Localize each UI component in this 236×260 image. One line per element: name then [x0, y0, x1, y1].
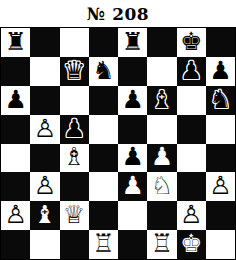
- black-rook-e8: ♜: [121, 29, 143, 54]
- square-a6[interactable]: ♟: [1, 86, 30, 115]
- page: № 208 ♜♜♚♛♞♟♟♟♟♝♞♙♟♗♟♟♙♟♘♙♙♝♕♙♖♖♚: [0, 0, 236, 260]
- square-g6[interactable]: [177, 86, 206, 115]
- square-a7[interactable]: [1, 57, 30, 86]
- white-pawn-f4: ♟: [151, 144, 173, 169]
- black-bishop-f6: ♝: [151, 87, 173, 112]
- square-d5[interactable]: [89, 115, 118, 144]
- square-h4[interactable]: [206, 144, 235, 173]
- square-g4[interactable]: [177, 144, 206, 173]
- black-pawn-c5: ♟: [63, 116, 85, 141]
- white-king-g1: ♚: [180, 231, 202, 256]
- white-rook-f1: ♖: [151, 231, 173, 256]
- square-d2[interactable]: [89, 201, 118, 230]
- square-h2[interactable]: [206, 201, 235, 230]
- black-pawn-e6: ♟: [121, 87, 143, 112]
- square-h3[interactable]: ♙: [206, 172, 235, 201]
- square-d3[interactable]: [89, 172, 118, 201]
- square-a3[interactable]: [1, 172, 30, 201]
- square-c3[interactable]: [60, 172, 89, 201]
- square-e8[interactable]: ♜: [118, 28, 147, 57]
- square-d4[interactable]: [89, 144, 118, 173]
- square-d1[interactable]: ♖: [89, 230, 118, 259]
- black-king-g8: ♚: [180, 29, 202, 54]
- black-pawn-g7: ♟: [180, 58, 202, 83]
- square-h6[interactable]: ♞: [206, 86, 235, 115]
- square-b1[interactable]: [30, 230, 59, 259]
- square-f7[interactable]: [147, 57, 176, 86]
- white-pawn-h3: ♙: [209, 173, 231, 198]
- square-h8[interactable]: [206, 28, 235, 57]
- white-knight-f3: ♘: [151, 173, 173, 198]
- square-h7[interactable]: ♟: [206, 57, 235, 86]
- square-b5[interactable]: ♙: [30, 115, 59, 144]
- square-c6[interactable]: [60, 86, 89, 115]
- white-pawn-g2: ♙: [180, 202, 202, 227]
- black-queen-c7: ♛: [63, 58, 85, 83]
- white-rook-d1: ♖: [92, 231, 114, 256]
- square-e6[interactable]: ♟: [118, 86, 147, 115]
- white-pawn-b3: ♙: [34, 173, 56, 198]
- square-b4[interactable]: [30, 144, 59, 173]
- square-d8[interactable]: [89, 28, 118, 57]
- white-pawn-b5: ♙: [34, 116, 56, 141]
- square-g7[interactable]: ♟: [177, 57, 206, 86]
- square-a1[interactable]: [1, 230, 30, 259]
- square-f4[interactable]: ♟: [147, 144, 176, 173]
- square-b7[interactable]: [30, 57, 59, 86]
- square-a4[interactable]: [1, 144, 30, 173]
- black-pawn-e4: ♟: [121, 144, 143, 169]
- square-d7[interactable]: ♞: [89, 57, 118, 86]
- diagram-number-title: № 208: [0, 0, 236, 27]
- square-c1[interactable]: [60, 230, 89, 259]
- square-e2[interactable]: [118, 201, 147, 230]
- square-e1[interactable]: [118, 230, 147, 259]
- white-bishop-b2: ♝: [34, 202, 56, 227]
- square-f5[interactable]: [147, 115, 176, 144]
- square-c2[interactable]: ♕: [60, 201, 89, 230]
- square-e3[interactable]: ♟: [118, 172, 147, 201]
- black-pawn-a6: ♟: [4, 87, 26, 112]
- square-f3[interactable]: ♘: [147, 172, 176, 201]
- square-b6[interactable]: [30, 86, 59, 115]
- square-g8[interactable]: ♚: [177, 28, 206, 57]
- square-a2[interactable]: ♙: [1, 201, 30, 230]
- square-f6[interactable]: ♝: [147, 86, 176, 115]
- square-h5[interactable]: [206, 115, 235, 144]
- square-f1[interactable]: ♖: [147, 230, 176, 259]
- square-c7[interactable]: ♛: [60, 57, 89, 86]
- square-g3[interactable]: [177, 172, 206, 201]
- white-pawn-a2: ♙: [4, 202, 26, 227]
- black-rook-a8: ♜: [4, 29, 26, 54]
- square-d6[interactable]: [89, 86, 118, 115]
- white-queen-c2: ♕: [63, 202, 85, 227]
- square-f8[interactable]: [147, 28, 176, 57]
- square-h1[interactable]: [206, 230, 235, 259]
- square-a8[interactable]: ♜: [1, 28, 30, 57]
- square-c5[interactable]: ♟: [60, 115, 89, 144]
- square-g5[interactable]: [177, 115, 206, 144]
- black-pawn-h7: ♟: [209, 58, 231, 83]
- square-f2[interactable]: [147, 201, 176, 230]
- square-c8[interactable]: [60, 28, 89, 57]
- square-g2[interactable]: ♙: [177, 201, 206, 230]
- white-bishop-c4: ♗: [63, 144, 85, 169]
- square-b8[interactable]: [30, 28, 59, 57]
- white-pawn-e3: ♟: [121, 173, 143, 198]
- square-e5[interactable]: [118, 115, 147, 144]
- square-a5[interactable]: [1, 115, 30, 144]
- chess-board: ♜♜♚♛♞♟♟♟♟♝♞♙♟♗♟♟♙♟♘♙♙♝♕♙♖♖♚: [0, 27, 236, 260]
- black-knight-h6: ♞: [209, 87, 231, 112]
- square-e7[interactable]: [118, 57, 147, 86]
- square-e4[interactable]: ♟: [118, 144, 147, 173]
- square-b3[interactable]: ♙: [30, 172, 59, 201]
- black-knight-d7: ♞: [92, 58, 114, 83]
- square-g1[interactable]: ♚: [177, 230, 206, 259]
- square-c4[interactable]: ♗: [60, 144, 89, 173]
- square-b2[interactable]: ♝: [30, 201, 59, 230]
